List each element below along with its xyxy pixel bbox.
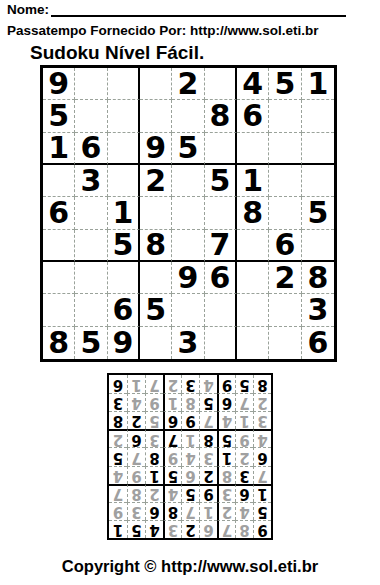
cell-r7c4[interactable] [140,262,172,294]
solution-cell-r9c2: 5 [235,375,253,393]
solution-cell-r1c6: 3 [163,520,181,538]
solution-cell-r3c8: 8 [127,484,145,502]
solution-cell-r7c9: 8 [109,411,127,429]
solution-cell-r8c6: 1 [163,393,181,411]
cell-r5c1[interactable]: 6 [43,197,75,229]
solution-cell-r1c4: 6 [199,520,217,538]
provider-text: Passatempo Fornecido Por: http://www.sol… [7,23,319,38]
cell-r2c7[interactable]: 6 [237,100,269,132]
solution-cell-r5c1: 6 [253,447,271,465]
solution-cell-r3c4: 9 [199,484,217,502]
sudoku-solution-grid-rotated: 9876234515421786391639542877382651946213… [107,373,273,540]
cell-r4c7[interactable]: 1 [237,165,269,197]
cell-r7c1[interactable] [43,262,75,294]
solution-cell-r5c3: 1 [217,447,235,465]
solution-cell-r9c3: 9 [217,375,235,393]
solution-cell-r6c7: 3 [145,429,163,447]
solution-cell-r7c1: 3 [253,411,271,429]
cell-r6c5[interactable] [172,230,204,262]
solution-cell-r4c3: 8 [217,466,235,484]
solution-cell-r7c6: 6 [163,411,181,429]
solution-cell-r5c9: 5 [109,447,127,465]
page-title: Sudoku Nível Fácil. [30,42,204,64]
solution-cell-r2c6: 8 [163,502,181,520]
cell-r8c3[interactable]: 6 [108,294,140,326]
cell-r8c6[interactable] [205,294,237,326]
solution-cell-r2c4: 1 [199,502,217,520]
cell-r4c9[interactable] [302,165,334,197]
solution-cell-r4c1: 7 [253,466,271,484]
cell-r7c5[interactable]: 9 [172,262,204,294]
cell-r9c2[interactable]: 5 [75,327,107,359]
solution-cell-r1c2: 8 [235,520,253,538]
cell-r3c5[interactable]: 5 [172,133,204,165]
solution-cell-r8c9: 3 [109,393,127,411]
cell-r7c2[interactable] [75,262,107,294]
solution-cell-r6c9: 2 [109,429,127,447]
cell-r6c9[interactable] [302,230,334,262]
cell-r2c9[interactable] [302,100,334,132]
solution-cell-r8c1: 2 [253,393,271,411]
cell-r2c1[interactable]: 5 [43,100,75,132]
cell-r1c6[interactable] [205,68,237,100]
cell-r7c7[interactable] [237,262,269,294]
solution-cell-r2c9: 9 [109,502,127,520]
cell-r5c5[interactable] [172,197,204,229]
cell-r8c4[interactable]: 5 [140,294,172,326]
solution-cell-r1c1: 9 [253,520,271,538]
cell-r1c7[interactable]: 4 [237,68,269,100]
solution-cell-r1c3: 7 [217,520,235,538]
solution-cell-r8c2: 7 [235,393,253,411]
cell-r1c9[interactable]: 1 [302,68,334,100]
cell-r7c9[interactable]: 8 [302,262,334,294]
cell-r9c8[interactable] [269,327,301,359]
cell-r8c5[interactable] [172,294,204,326]
solution-cell-r5c2: 2 [235,447,253,465]
solution-cell-r6c8: 6 [127,429,145,447]
name-row: Nome: [7,2,346,17]
cell-r9c6[interactable] [205,327,237,359]
cell-r6c7[interactable] [237,230,269,262]
sudoku-puzzle-grid: 924515861695325161855876962865385936 [40,65,337,362]
solution-cell-r1c9: 1 [109,520,127,538]
solution-cell-r6c6: 7 [163,429,181,447]
cell-r9c7[interactable] [237,327,269,359]
cell-r8c9[interactable]: 3 [302,294,334,326]
cell-r3c8[interactable] [269,133,301,165]
solution-cell-r2c1: 5 [253,502,271,520]
solution-cell-r1c7: 4 [145,520,163,538]
worksheet-page: Nome: Passatempo Fornecido Por: http://w… [0,0,380,585]
solution-cell-r3c7: 2 [145,484,163,502]
solution-cell-r6c1: 4 [253,429,271,447]
cell-r6c1[interactable] [43,230,75,262]
cell-r5c7[interactable]: 8 [237,197,269,229]
copyright-text: Copyright © http://www.sol.eti.br [0,557,380,576]
solution-cell-r7c7: 5 [145,411,163,429]
cell-r8c7[interactable] [237,294,269,326]
solution-cell-r3c6: 4 [163,484,181,502]
cell-r6c8[interactable]: 6 [269,230,301,262]
cell-r2c3[interactable] [108,100,140,132]
solution-cell-r5c4: 3 [199,447,217,465]
solution-cell-r6c4: 8 [199,429,217,447]
solution-cell-r6c2: 9 [235,429,253,447]
solution-cell-r7c3: 4 [217,411,235,429]
solution-cell-r8c5: 8 [181,393,199,411]
solution-cell-r2c3: 2 [217,502,235,520]
cell-r6c6[interactable]: 7 [205,230,237,262]
cell-r4c4[interactable]: 2 [140,165,172,197]
solution-cell-r8c3: 6 [217,393,235,411]
solution-cell-r9c8: 1 [127,375,145,393]
solution-cell-r1c8: 5 [127,520,145,538]
solution-cell-r2c8: 3 [127,502,145,520]
solution-cell-r5c7: 8 [145,447,163,465]
cell-r3c7[interactable] [237,133,269,165]
solution-cell-r1c5: 2 [181,520,199,538]
solution-cell-r8c7: 9 [145,393,163,411]
solution-cell-r9c1: 8 [253,375,271,393]
cell-r5c3[interactable]: 1 [108,197,140,229]
cell-r3c1[interactable]: 1 [43,133,75,165]
solution-cell-r4c8: 9 [127,466,145,484]
solution-cell-r4c2: 3 [235,466,253,484]
solution-cell-r9c9: 6 [109,375,127,393]
cell-r7c8[interactable]: 2 [269,262,301,294]
cell-r2c6[interactable]: 8 [205,100,237,132]
cell-r5c4[interactable] [140,197,172,229]
cell-r4c3[interactable] [108,165,140,197]
solution-cell-r9c5: 3 [181,375,199,393]
solution-cell-r6c5: 1 [181,429,199,447]
cell-r4c8[interactable] [269,165,301,197]
cell-r1c5[interactable]: 2 [172,68,204,100]
solution-cell-r3c5: 5 [181,484,199,502]
solution-cell-r7c8: 2 [127,411,145,429]
cell-r9c9[interactable]: 6 [302,327,334,359]
cell-r2c8[interactable] [269,100,301,132]
cell-r7c6[interactable]: 6 [205,262,237,294]
name-fill-line [51,2,346,17]
solution-cell-r5c6: 9 [163,447,181,465]
cell-r6c3[interactable]: 5 [108,230,140,262]
cell-r3c6[interactable] [205,133,237,165]
cell-r1c2[interactable] [75,68,107,100]
cell-r9c4[interactable] [140,327,172,359]
solution-cell-r6c3: 5 [217,429,235,447]
solution-cell-r9c6: 2 [163,375,181,393]
cell-r8c8[interactable] [269,294,301,326]
cell-r5c8[interactable] [269,197,301,229]
cell-r8c2[interactable] [75,294,107,326]
cell-r8c1[interactable] [43,294,75,326]
solution-cell-r3c9: 7 [109,484,127,502]
cell-r3c2[interactable]: 6 [75,133,107,165]
solution-cell-r5c5: 4 [181,447,199,465]
solution-cell-r8c4: 5 [199,393,217,411]
cell-r9c1[interactable]: 8 [43,327,75,359]
solution-cell-r8c8: 4 [127,393,145,411]
cell-r5c2[interactable] [75,197,107,229]
solution-cell-r4c7: 1 [145,466,163,484]
cell-r3c9[interactable] [302,133,334,165]
solution-cell-r7c2: 1 [235,411,253,429]
cell-r5c9[interactable]: 5 [302,197,334,229]
solution-cell-r4c4: 2 [199,466,217,484]
cell-r2c4[interactable] [140,100,172,132]
cell-r1c8[interactable]: 5 [269,68,301,100]
cell-r6c2[interactable] [75,230,107,262]
solution-cell-r2c5: 7 [181,502,199,520]
cell-r6c4[interactable]: 8 [140,230,172,262]
cell-r1c3[interactable] [108,68,140,100]
solution-cell-r4c9: 4 [109,466,127,484]
solution-cell-r7c4: 7 [199,411,217,429]
cell-r4c5[interactable] [172,165,204,197]
solution-cell-r3c3: 3 [217,484,235,502]
cell-r4c6[interactable]: 5 [205,165,237,197]
cell-r5c6[interactable] [205,197,237,229]
cell-r2c2[interactable] [75,100,107,132]
cell-r3c4[interactable]: 9 [140,133,172,165]
cell-r4c1[interactable] [43,165,75,197]
name-label: Nome: [7,2,49,17]
solution-cell-r4c6: 5 [163,466,181,484]
solution-cell-r2c7: 6 [145,502,163,520]
cell-r3c3[interactable] [108,133,140,165]
cell-r9c5[interactable]: 3 [172,327,204,359]
cell-r7c3[interactable] [108,262,140,294]
solution-cell-r3c1: 1 [253,484,271,502]
solution-cell-r7c5: 9 [181,411,199,429]
solution-cell-r9c4: 4 [199,375,217,393]
solution-cell-r3c2: 6 [235,484,253,502]
solution-cell-r4c5: 6 [181,466,199,484]
solution-cell-r9c7: 7 [145,375,163,393]
solution-cell-r2c2: 4 [235,502,253,520]
cell-r1c4[interactable] [140,68,172,100]
solution-cell-r5c8: 7 [127,447,145,465]
cell-r1c1[interactable]: 9 [43,68,75,100]
cell-r2c5[interactable] [172,100,204,132]
cell-r4c2[interactable]: 3 [75,165,107,197]
cell-r9c3[interactable]: 9 [108,327,140,359]
